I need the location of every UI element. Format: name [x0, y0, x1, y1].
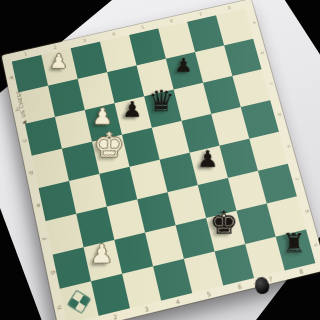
- file-label-right-d: d: [276, 113, 282, 117]
- file-label-left-g: g: [48, 270, 55, 275]
- piece-black-pawn-c4[interactable]: ♟: [122, 99, 142, 121]
- file-label-right-c: c: [267, 82, 272, 86]
- piece-white-pawn-g2[interactable]: ♟: [90, 241, 113, 267]
- rank-label-bottom-3: 3: [144, 305, 149, 312]
- rank-label-top-6: 6: [170, 18, 174, 23]
- file-label-left-h: h: [56, 304, 63, 309]
- file-label-right-f: f: [294, 177, 299, 180]
- file-label-left-c: c: [21, 138, 27, 142]
- rank-label-bottom-7: 7: [268, 275, 273, 282]
- file-label-right-b: b: [259, 51, 264, 55]
- file-label-left-d: d: [27, 170, 34, 175]
- rank-label-bottom-5: 5: [206, 290, 211, 297]
- file-label-right-h: h: [312, 243, 318, 247]
- rank-label-top-8: 8: [227, 5, 231, 10]
- rank-label-top-5: 5: [141, 25, 145, 30]
- rank-label-bottom-6: 6: [237, 283, 242, 290]
- rank-label-bottom-8: 8: [299, 268, 304, 275]
- piece-black-pawn-b6[interactable]: ♟: [174, 56, 192, 75]
- piece-black-rook-h8[interactable]: ♜: [281, 230, 306, 256]
- file-label-right-a: a: [250, 21, 255, 25]
- file-label-left-a: a: [8, 76, 14, 81]
- rank-label-top-7: 7: [198, 12, 202, 17]
- rank-label-bottom-4: 4: [175, 298, 180, 305]
- piece-white-king-d3[interactable]: ♚: [93, 129, 125, 163]
- rank-label-bottom-2: 2: [113, 313, 118, 320]
- rank-label-top-3: 3: [82, 38, 86, 43]
- piece-black-pawn-e6[interactable]: ♟: [196, 148, 218, 171]
- piece-white-pawn-c3[interactable]: ♟: [92, 106, 113, 128]
- file-label-left-e: e: [34, 203, 41, 208]
- rank-label-top-2: 2: [53, 45, 57, 50]
- piece-black-queen-c5[interactable]: ♛: [147, 87, 174, 116]
- rank-label-top-4: 4: [111, 31, 115, 36]
- piece-white-pawn-a2[interactable]: ♟: [49, 52, 68, 71]
- file-label-left-f: f: [41, 237, 47, 241]
- rank-label-top-1: 1: [24, 51, 28, 56]
- piece-black-king-g6[interactable]: ♚: [209, 207, 239, 239]
- file-label-right-e: e: [285, 145, 291, 149]
- file-label-right-g: g: [303, 210, 309, 214]
